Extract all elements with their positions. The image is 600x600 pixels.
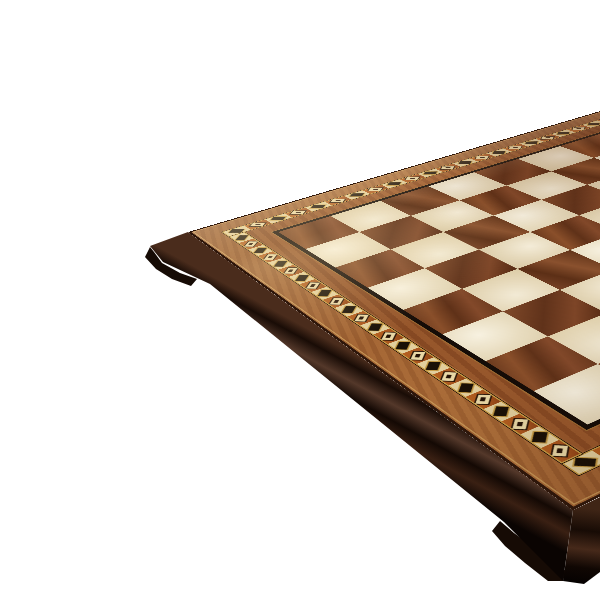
diamond-motif-icon (264, 254, 277, 259)
diamond-motif-icon (552, 445, 567, 456)
diamond-motif-icon (494, 406, 509, 416)
diamond-motif-icon (426, 362, 441, 370)
diamond-motif-icon (318, 290, 332, 296)
diamond-motif-icon (342, 306, 356, 313)
diamond-motif-icon (250, 223, 265, 226)
diamond-motif-icon (512, 419, 527, 429)
diamond-motif-icon (271, 217, 286, 220)
diamond-motif-icon (509, 146, 522, 149)
diamond-motif-icon (442, 372, 457, 381)
diamond-motif-icon (291, 211, 306, 214)
diamond-motif-icon (235, 235, 248, 240)
diamond-motif-icon (274, 261, 287, 267)
diamond-motif-icon (406, 177, 420, 180)
diamond-motif-icon (458, 383, 473, 392)
diamond-motif-icon (355, 315, 369, 322)
diamond-motif-icon (532, 432, 547, 443)
diamond-motif-icon (557, 132, 569, 135)
diamond-motif-icon (573, 127, 585, 130)
diamond-motif-icon (441, 166, 454, 169)
diamond-motif-icon (311, 205, 326, 208)
diamond-motif-icon (331, 199, 346, 202)
diamond-motif-icon (410, 351, 425, 359)
diamond-motif-icon (295, 275, 308, 281)
diamond-motif-icon (396, 342, 410, 350)
diamond-motif-icon (525, 141, 538, 144)
diamond-motif-icon (476, 394, 491, 404)
diamond-motif-icon (245, 241, 258, 246)
diamond-motif-icon (588, 123, 600, 125)
diamond-motif-icon (368, 323, 382, 330)
diamond-motif-icon (574, 458, 596, 467)
diamond-motif-icon (306, 282, 320, 288)
diamond-motif-icon (369, 188, 383, 191)
diamond-motif-icon (541, 137, 553, 140)
diamond-motif-icon (424, 172, 438, 175)
diamond-motif-icon (459, 161, 472, 164)
diamond-motif-icon (387, 182, 401, 185)
diamond-motif-icon (284, 268, 297, 274)
diamond-motif-icon (350, 193, 364, 196)
diamond-motif-icon (476, 156, 489, 159)
diamond-motif-icon (330, 298, 344, 305)
diamond-motif-icon (382, 332, 396, 340)
diamond-motif-icon (254, 248, 267, 253)
diamond-motif-icon (493, 151, 506, 154)
product-photo-stage (0, 0, 600, 600)
